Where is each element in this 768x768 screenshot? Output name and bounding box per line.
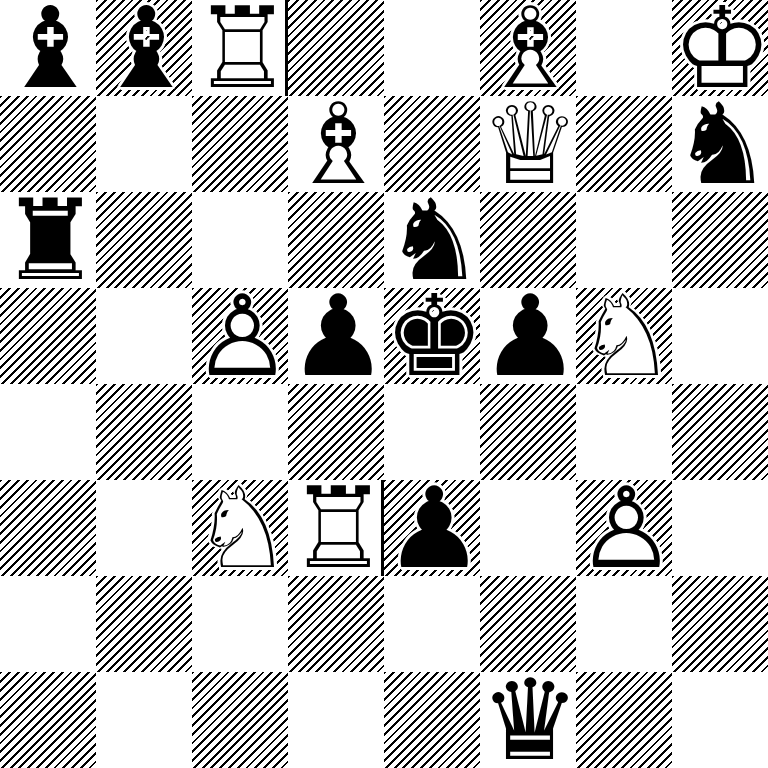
white-bishop-backing-f8: ♝ [480,0,576,96]
square-c7[interactable] [192,96,288,192]
white-knight-backing-c3: ♞ [192,480,288,576]
square-e1[interactable] [384,672,480,768]
square-g2[interactable] [576,576,672,672]
square-h5[interactable] [672,288,768,384]
black-pawn-backing-d5: ♟ [288,288,384,384]
black-knight-backing-h7: ♞ [672,96,768,192]
square-g4[interactable] [576,384,672,480]
white-pawn-backing-c5: ♟ [192,288,288,384]
white-pawn-g3: ♙ [576,480,672,576]
square-d2[interactable] [288,576,384,672]
square-d5[interactable]: ♟♟ [288,288,384,384]
white-rook-d3: ♖ [288,480,384,576]
square-a4[interactable] [0,384,96,480]
square-d8[interactable] [288,0,384,96]
square-g6[interactable] [576,192,672,288]
white-rook-c8: ♖ [192,0,288,96]
black-bishop-a8: ♝ [0,0,96,96]
white-bishop-d7: ♗ [288,96,384,192]
square-e5[interactable]: ♚♚ [384,288,480,384]
square-c5[interactable]: ♟♙ [192,288,288,384]
black-pawn-backing-f5: ♟ [480,288,576,384]
white-knight-c3: ♘ [192,480,288,576]
black-rook-a6: ♜ [0,192,96,288]
white-king-h8: ♔ [672,0,768,96]
square-g7[interactable] [576,96,672,192]
black-queen-f1: ♛ [480,672,576,768]
square-d3[interactable]: ♜♖ [288,480,384,576]
black-pawn-e3: ♟ [384,480,480,576]
square-f4[interactable] [480,384,576,480]
square-c2[interactable] [192,576,288,672]
square-f5[interactable]: ♟♟ [480,288,576,384]
square-h2[interactable] [672,576,768,672]
square-a6[interactable]: ♜♜ [0,192,96,288]
black-bishop-b8: ♝ [96,0,192,96]
square-d7[interactable]: ♝♗ [288,96,384,192]
white-rook-backing-d3: ♜ [288,480,384,576]
square-c8[interactable]: ♜♖ [192,0,288,96]
square-b7[interactable] [96,96,192,192]
square-d4[interactable] [288,384,384,480]
white-bishop-f8: ♗ [480,0,576,96]
white-king-backing-h8: ♚ [672,0,768,96]
square-e3[interactable]: ♟♟ [384,480,480,576]
square-g8[interactable] [576,0,672,96]
square-e4[interactable] [384,384,480,480]
square-f2[interactable] [480,576,576,672]
square-b1[interactable] [96,672,192,768]
square-g3[interactable]: ♟♙ [576,480,672,576]
square-e8[interactable] [384,0,480,96]
white-queen-f7: ♕ [480,96,576,192]
square-f1[interactable]: ♛♛ [480,672,576,768]
black-rook-backing-a6: ♜ [0,192,96,288]
square-a7[interactable] [0,96,96,192]
white-pawn-backing-g3: ♟ [576,480,672,576]
square-e6[interactable]: ♞♞ [384,192,480,288]
black-pawn-backing-e3: ♟ [384,480,480,576]
black-knight-e6: ♞ [384,192,480,288]
white-knight-g5: ♘ [576,288,672,384]
square-a3[interactable] [0,480,96,576]
square-h3[interactable] [672,480,768,576]
square-d1[interactable] [288,672,384,768]
square-a1[interactable] [0,672,96,768]
square-f7[interactable]: ♛♕ [480,96,576,192]
square-b2[interactable] [96,576,192,672]
white-bishop-backing-d7: ♝ [288,96,384,192]
square-b8[interactable]: ♝♝ [96,0,192,96]
square-c4[interactable] [192,384,288,480]
black-pawn-f5: ♟ [480,288,576,384]
square-b3[interactable] [96,480,192,576]
black-bishop-backing-b8: ♝ [96,0,192,96]
square-f3[interactable] [480,480,576,576]
square-a5[interactable] [0,288,96,384]
square-a2[interactable] [0,576,96,672]
white-pawn-c5: ♙ [192,288,288,384]
square-b6[interactable] [96,192,192,288]
white-knight-backing-g5: ♞ [576,288,672,384]
chess-board: ♝♝♝♝♜♖♝♗♚♔♝♗♛♕♞♞♜♜♞♞♟♙♟♟♚♚♟♟♞♘♞♘♜♖♟♟♟♙♛♛ [0,0,768,768]
square-g5[interactable]: ♞♘ [576,288,672,384]
white-queen-backing-f7: ♛ [480,96,576,192]
square-h6[interactable] [672,192,768,288]
black-bishop-backing-a8: ♝ [0,0,96,96]
square-f6[interactable] [480,192,576,288]
white-rook-backing-c8: ♜ [192,0,288,96]
square-d6[interactable] [288,192,384,288]
square-c3[interactable]: ♞♘ [192,480,288,576]
square-h4[interactable] [672,384,768,480]
square-h8[interactable]: ♚♔ [672,0,768,96]
black-queen-backing-f1: ♛ [480,672,576,768]
square-h1[interactable] [672,672,768,768]
black-pawn-d5: ♟ [288,288,384,384]
square-b5[interactable] [96,288,192,384]
square-h7[interactable]: ♞♞ [672,96,768,192]
square-c6[interactable] [192,192,288,288]
black-king-backing-e5: ♚ [384,288,480,384]
square-e7[interactable] [384,96,480,192]
square-f8[interactable]: ♝♗ [480,0,576,96]
square-e2[interactable] [384,576,480,672]
square-g1[interactable] [576,672,672,768]
square-c1[interactable] [192,672,288,768]
square-b4[interactable] [96,384,192,480]
black-knight-backing-e6: ♞ [384,192,480,288]
black-king-e5: ♚ [384,288,480,384]
square-a8[interactable]: ♝♝ [0,0,96,96]
black-knight-h7: ♞ [672,96,768,192]
